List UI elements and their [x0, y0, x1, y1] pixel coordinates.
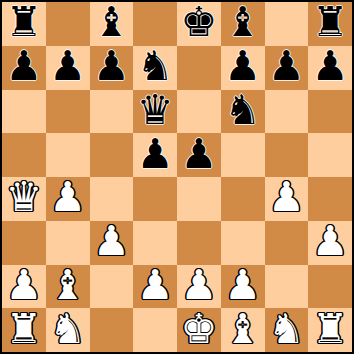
square-a1[interactable]: ♜	[2, 308, 46, 352]
square-a7[interactable]: ♟	[2, 46, 46, 90]
square-h4[interactable]	[308, 177, 352, 221]
square-d4[interactable]	[133, 177, 177, 221]
square-a6[interactable]	[2, 90, 46, 134]
square-b8[interactable]	[46, 2, 90, 46]
white-queen-a4[interactable]: ♛	[5, 177, 42, 218]
black-pawn-h7[interactable]: ♟	[312, 46, 349, 87]
black-pawn-f7[interactable]: ♟	[224, 46, 261, 87]
white-rook-h1[interactable]: ♜	[312, 309, 349, 350]
square-g8[interactable]	[265, 2, 309, 46]
black-queen-d6[interactable]: ♛	[137, 90, 174, 131]
white-pawn-b4[interactable]: ♟	[49, 177, 86, 218]
square-b4[interactable]: ♟	[46, 177, 90, 221]
square-g1[interactable]: ♞	[265, 308, 309, 352]
square-c3[interactable]: ♟	[90, 221, 134, 265]
square-f2[interactable]: ♟	[221, 265, 265, 309]
square-f1[interactable]: ♝	[221, 308, 265, 352]
square-h1[interactable]: ♜	[308, 308, 352, 352]
square-a4[interactable]: ♛	[2, 177, 46, 221]
square-d3[interactable]	[133, 221, 177, 265]
square-h7[interactable]: ♟	[308, 46, 352, 90]
square-c7[interactable]: ♟	[90, 46, 134, 90]
white-pawn-h3[interactable]: ♟	[312, 221, 349, 262]
black-king-e8[interactable]: ♚	[180, 2, 217, 43]
square-c5[interactable]	[90, 133, 134, 177]
square-c6[interactable]	[90, 90, 134, 134]
black-bishop-f8[interactable]: ♝	[224, 2, 261, 43]
square-b1[interactable]: ♞	[46, 308, 90, 352]
square-a3[interactable]	[2, 221, 46, 265]
white-rook-a1[interactable]: ♜	[5, 309, 42, 350]
black-rook-h8[interactable]: ♜	[312, 2, 349, 43]
square-g7[interactable]: ♟	[265, 46, 309, 90]
white-knight-g1[interactable]: ♞	[268, 309, 305, 350]
black-knight-f6[interactable]: ♞	[224, 90, 261, 131]
square-h3[interactable]: ♟	[308, 221, 352, 265]
black-pawn-e5[interactable]: ♟	[180, 134, 217, 175]
square-b5[interactable]	[46, 133, 90, 177]
square-e5[interactable]: ♟	[177, 133, 221, 177]
square-h2[interactable]	[308, 265, 352, 309]
square-f8[interactable]: ♝	[221, 2, 265, 46]
square-a5[interactable]	[2, 133, 46, 177]
white-bishop-f1[interactable]: ♝	[224, 309, 261, 350]
square-e8[interactable]: ♚	[177, 2, 221, 46]
square-f4[interactable]	[221, 177, 265, 221]
square-d2[interactable]: ♟	[133, 265, 177, 309]
square-f3[interactable]	[221, 221, 265, 265]
black-knight-d7[interactable]: ♞	[137, 46, 174, 87]
square-e2[interactable]: ♟	[177, 265, 221, 309]
square-d6[interactable]: ♛	[133, 90, 177, 134]
square-f5[interactable]	[221, 133, 265, 177]
black-pawn-d5[interactable]: ♟	[137, 134, 174, 175]
square-g3[interactable]	[265, 221, 309, 265]
white-knight-b1[interactable]: ♞	[49, 309, 86, 350]
square-a2[interactable]: ♟	[2, 265, 46, 309]
black-pawn-c7[interactable]: ♟	[93, 46, 130, 87]
black-pawn-a7[interactable]: ♟	[5, 46, 42, 87]
square-c1[interactable]	[90, 308, 134, 352]
white-pawn-d2[interactable]: ♟	[137, 265, 174, 306]
white-bishop-b2[interactable]: ♝	[49, 265, 86, 306]
square-h6[interactable]	[308, 90, 352, 134]
square-g6[interactable]	[265, 90, 309, 134]
white-pawn-a2[interactable]: ♟	[5, 265, 42, 306]
square-e4[interactable]	[177, 177, 221, 221]
square-e7[interactable]	[177, 46, 221, 90]
white-pawn-g4[interactable]: ♟	[268, 177, 305, 218]
square-f7[interactable]: ♟	[221, 46, 265, 90]
square-d8[interactable]	[133, 2, 177, 46]
chess-board: ♜♝♚♝♜♟♟♟♞♟♟♟♛♞♟♟♛♟♟♟♟♟♝♟♟♟♜♞♚♝♞♜	[2, 2, 352, 352]
white-pawn-c3[interactable]: ♟	[93, 221, 130, 262]
square-b2[interactable]: ♝	[46, 265, 90, 309]
black-pawn-b7[interactable]: ♟	[49, 46, 86, 87]
square-e3[interactable]	[177, 221, 221, 265]
square-h8[interactable]: ♜	[308, 2, 352, 46]
square-g2[interactable]	[265, 265, 309, 309]
square-c4[interactable]	[90, 177, 134, 221]
square-g5[interactable]	[265, 133, 309, 177]
black-rook-a8[interactable]: ♜	[5, 2, 42, 43]
square-c8[interactable]: ♝	[90, 2, 134, 46]
square-b3[interactable]	[46, 221, 90, 265]
square-f6[interactable]: ♞	[221, 90, 265, 134]
white-pawn-f2[interactable]: ♟	[224, 265, 261, 306]
square-g4[interactable]: ♟	[265, 177, 309, 221]
board-frame: ♜♝♚♝♜♟♟♟♞♟♟♟♛♞♟♟♛♟♟♟♟♟♝♟♟♟♜♞♚♝♞♜	[0, 0, 354, 354]
square-c2[interactable]	[90, 265, 134, 309]
square-h5[interactable]	[308, 133, 352, 177]
square-d7[interactable]: ♞	[133, 46, 177, 90]
black-bishop-c8[interactable]: ♝	[93, 2, 130, 43]
square-d5[interactable]: ♟	[133, 133, 177, 177]
white-king-e1[interactable]: ♚	[180, 309, 217, 350]
square-e1[interactable]: ♚	[177, 308, 221, 352]
square-b6[interactable]	[46, 90, 90, 134]
white-pawn-e2[interactable]: ♟	[180, 265, 217, 306]
black-pawn-g7[interactable]: ♟	[268, 46, 305, 87]
square-a8[interactable]: ♜	[2, 2, 46, 46]
square-e6[interactable]	[177, 90, 221, 134]
square-b7[interactable]: ♟	[46, 46, 90, 90]
square-d1[interactable]	[133, 308, 177, 352]
